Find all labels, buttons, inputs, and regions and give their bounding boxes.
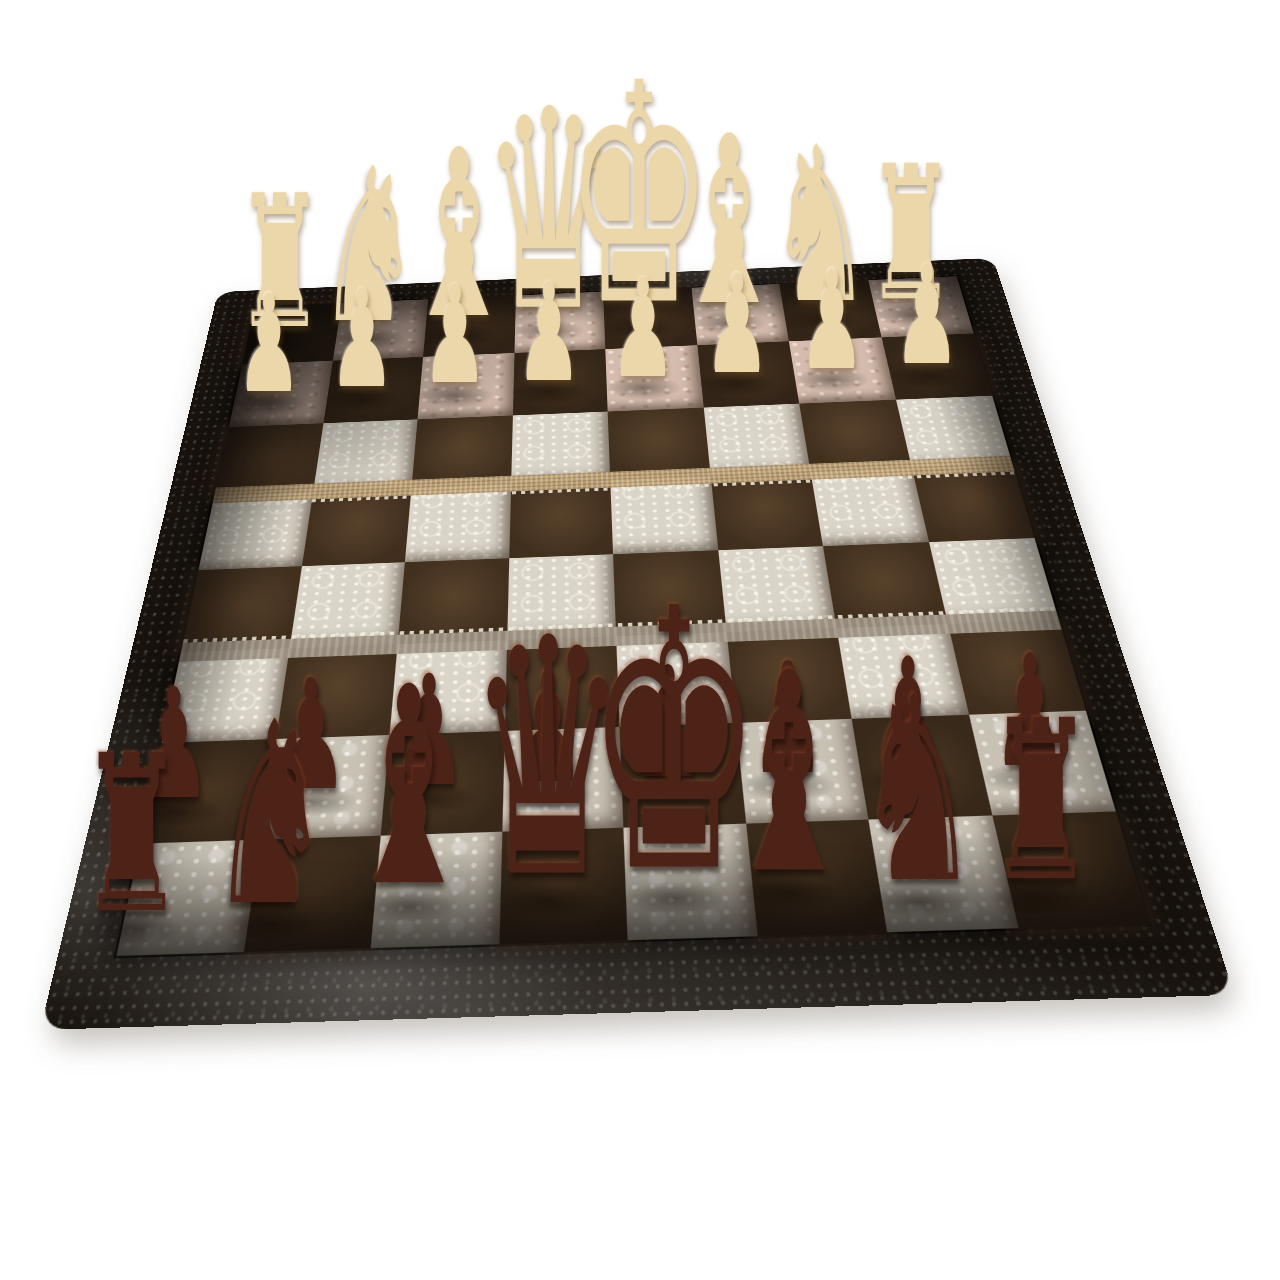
piece-white-pawn-a2[interactable]: ♟ [236, 277, 302, 412]
piece-white-pawn-g2[interactable]: ♟ [798, 252, 865, 389]
piece-black-knight-g8[interactable]: ♞ [856, 664, 981, 920]
piece-black-bishop-c8[interactable]: ♝ [343, 651, 477, 924]
piece-white-pawn-f2[interactable]: ♟ [704, 257, 771, 393]
piece-white-pawn-e2[interactable]: ♟ [609, 261, 676, 397]
pieces-layer: ♜♞♝♛♚♝♞♜♟♟♟♟♟♟♟♟♟♟♟♟♟♟♟♟♜♞♝♛♚♝♞♜ [0, 0, 1280, 1280]
piece-white-pawn-b2[interactable]: ♟ [329, 273, 395, 408]
piece-black-knight-b8[interactable]: ♞ [208, 689, 332, 942]
piece-white-pawn-h2[interactable]: ♟ [893, 248, 960, 385]
piece-white-pawn-c2[interactable]: ♟ [422, 269, 488, 405]
piece-white-pawn-d2[interactable]: ♟ [515, 265, 581, 401]
piece-black-rook-a8[interactable]: ♜ [79, 727, 185, 944]
piece-black-rook-h8[interactable]: ♜ [987, 692, 1095, 913]
photo-scene: ♜♞♝♛♚♝♞♜♟♟♟♟♟♟♟♟♟♟♟♟♟♟♟♟♜♞♝♛♚♝♞♜ [0, 0, 1280, 1280]
piece-black-bishop-f8[interactable]: ♝ [721, 638, 856, 914]
